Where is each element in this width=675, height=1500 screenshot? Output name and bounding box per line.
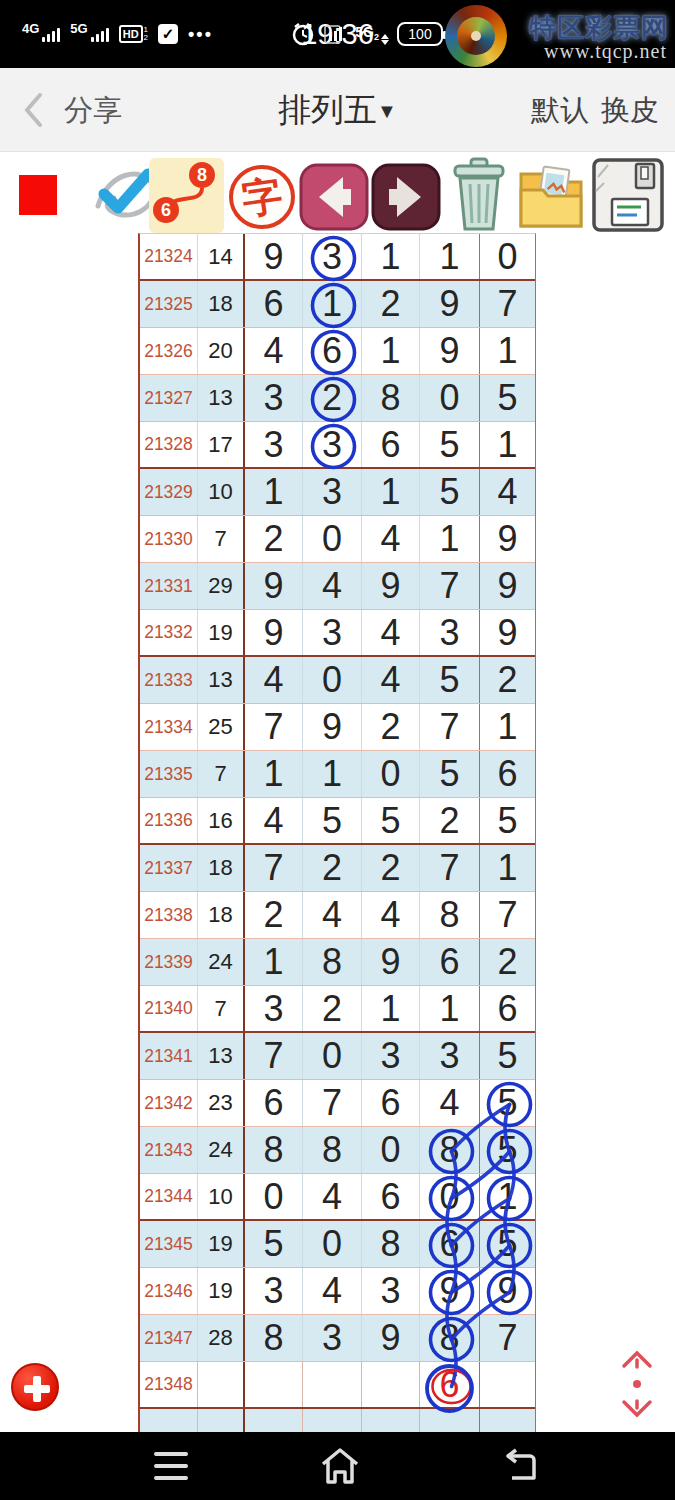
period-cell: 21348 (140, 1362, 197, 1407)
save-tool[interactable] (590, 157, 666, 233)
skin-change-button[interactable]: 换皮 (601, 91, 659, 131)
digit-cell: 1 (302, 281, 361, 327)
digit-cell: 2 (302, 986, 361, 1031)
digit-cell: 6 (243, 281, 302, 327)
period-cell: 21332 (140, 610, 197, 655)
digit-cell (361, 1362, 419, 1407)
digit-cell: 1 (243, 939, 302, 985)
header-bar: 分享 排列五▼ 默认 换皮 (0, 68, 675, 152)
sum-cell: 20 (197, 328, 243, 374)
table-row: 213361645525 (140, 798, 535, 845)
digit-cell: 7 (479, 892, 535, 938)
digit-cell: 0 (302, 516, 361, 562)
period-cell: 21345 (140, 1221, 197, 1267)
digit-cell: 0 (243, 1174, 302, 1219)
digit-cell: 4 (243, 657, 302, 703)
sum-cell: 18 (197, 845, 243, 891)
digit-cell: 3 (419, 610, 479, 655)
digit-cell: 2 (243, 516, 302, 562)
table-row: 213392418962 (140, 939, 535, 986)
prev-arrow-button[interactable] (299, 163, 369, 231)
table-row: 213371872271 (140, 845, 535, 892)
digit-cell: 0 (302, 1033, 361, 1079)
digit-cell: 3 (302, 422, 361, 467)
table-row: 213486 (140, 1362, 535, 1409)
digit-cell: 4 (302, 563, 361, 609)
period-cell: 21329 (140, 469, 197, 515)
period-cell: 21327 (140, 375, 197, 421)
digit-cell: 7 (419, 563, 479, 609)
digit-cell: 7 (243, 704, 302, 750)
table-row: 213291013154 (140, 469, 535, 516)
digit-cell: 4 (361, 892, 419, 938)
digit-cell: 4 (243, 798, 302, 843)
sum-cell: 13 (197, 1033, 243, 1079)
period-cell: 21331 (140, 563, 197, 609)
period-cell: 21334 (140, 704, 197, 750)
digit-cell: 1 (419, 516, 479, 562)
digit-cell: 6 (419, 939, 479, 985)
table-row: 213281733651 (140, 422, 535, 469)
table-row: 213312994979 (140, 563, 535, 610)
sum-cell: 7 (197, 751, 243, 797)
trend-line-tool[interactable]: 8 6 (149, 158, 224, 233)
sum-cell: 18 (197, 892, 243, 938)
digit-cell: 5 (479, 1127, 535, 1173)
sum-cell (197, 1362, 243, 1407)
digit-cell: 6 (479, 986, 535, 1031)
app-screen: 4G 5G HD 12 ✓ ••• 19:36 (0, 0, 675, 1500)
digit-cell (302, 1409, 361, 1432)
period-cell: 21339 (140, 939, 197, 985)
digit-cell: 9 (479, 610, 535, 655)
table-row: 213381824487 (140, 892, 535, 939)
nav-home-icon[interactable] (320, 1446, 360, 1486)
digit-cell: 4 (361, 610, 419, 655)
digit-cell: 9 (419, 1268, 479, 1314)
table-row: 213251861297 (140, 281, 535, 328)
period-cell (140, 1409, 197, 1432)
digit-cell: 4 (243, 328, 302, 374)
digit-cell: 6 (419, 1221, 479, 1267)
trend-top-digit: 8 (197, 165, 207, 185)
digit-cell: 0 (419, 375, 479, 421)
digit-cell: 8 (302, 1127, 361, 1173)
digit-cell: 2 (479, 657, 535, 703)
table-row: 213441004601 (140, 1174, 535, 1221)
digit-cell (302, 1362, 361, 1407)
digit-cell: 9 (361, 939, 419, 985)
gallery-tool[interactable] (515, 160, 587, 232)
digit-cell: 4 (419, 1080, 479, 1126)
table-row: 213331340452 (140, 657, 535, 704)
table-row: 21330720419 (140, 516, 535, 563)
sum-cell: 29 (197, 563, 243, 609)
android-nav-bar (0, 1432, 675, 1500)
digit-cell: 3 (243, 1268, 302, 1314)
period-cell: 21338 (140, 892, 197, 938)
digit-cell: 0 (361, 1127, 419, 1173)
digit-cell: 5 (479, 375, 535, 421)
title-dropdown-caret[interactable]: ▼ (377, 100, 397, 122)
digit-cell: 2 (479, 939, 535, 985)
digit-cell: 1 (479, 422, 535, 467)
digit-cell: 1 (361, 469, 419, 515)
digit-cell: 3 (302, 1315, 361, 1361)
digit-cell (479, 1362, 535, 1407)
digit-cell: 6 (243, 1080, 302, 1126)
skin-default-button[interactable]: 默认 (531, 91, 589, 131)
period-cell: 21343 (140, 1127, 197, 1173)
table-row: 213472883987 (140, 1315, 535, 1362)
digit-cell: 5 (479, 1080, 535, 1126)
digit-cell: 2 (243, 892, 302, 938)
table-row: 21340732116 (140, 986, 535, 1033)
digit-cell: 7 (302, 1080, 361, 1126)
digit-cell: 6 (479, 751, 535, 797)
digit-cell: 1 (419, 234, 479, 279)
text-stamp-tool[interactable]: 字 (227, 163, 297, 231)
period-cell: 21346 (140, 1268, 197, 1314)
sum-cell: 19 (197, 610, 243, 655)
digit-cell: 4 (302, 892, 361, 938)
nav-back-icon[interactable] (500, 1446, 540, 1486)
digit-cell: 9 (479, 1268, 535, 1314)
digit-cell: 5 (419, 469, 479, 515)
digit-cell: 0 (302, 657, 361, 703)
table-row: 213422367645 (140, 1080, 535, 1127)
digit-cell: 7 (419, 704, 479, 750)
digit-cell: 9 (243, 610, 302, 655)
digit-cell: 9 (479, 516, 535, 562)
sum-cell: 25 (197, 704, 243, 750)
digit-cell: 3 (302, 234, 361, 279)
period-cell: 21336 (140, 798, 197, 843)
digit-cell: 8 (419, 1315, 479, 1361)
status-right-icons: 5G2 100 (291, 0, 443, 68)
digit-cell: 1 (243, 751, 302, 797)
svg-text:字: 字 (239, 172, 285, 221)
table-row: 213271332805 (140, 375, 535, 422)
digit-cell: 9 (361, 563, 419, 609)
table-row: 21335711056 (140, 751, 535, 798)
digit-cell: 5 (419, 657, 479, 703)
add-plus-button[interactable] (11, 1363, 59, 1411)
period-cell: 21335 (140, 751, 197, 797)
table-row: 213411370335 (140, 1033, 535, 1080)
digit-cell (419, 1409, 479, 1432)
period-cell: 21326 (140, 328, 197, 374)
digit-cell: 0 (479, 234, 535, 279)
sum-cell: 24 (197, 1127, 243, 1173)
digit-cell: 5 (302, 798, 361, 843)
sum-cell: 18 (197, 281, 243, 327)
network-5g2-icon: 5G2 (355, 24, 389, 45)
battery-icon: 100 (397, 22, 443, 46)
digit-cell: 7 (479, 1315, 535, 1361)
digit-cell: 2 (361, 704, 419, 750)
digit-cell: 1 (361, 234, 419, 279)
digit-cell: 2 (361, 845, 419, 891)
next-arrow-button[interactable] (371, 163, 441, 231)
period-cell: 21328 (140, 422, 197, 467)
digit-cell: 9 (361, 1315, 419, 1361)
table-row: 213321993439 (140, 610, 535, 657)
sum-cell (197, 1409, 243, 1432)
digit-cell: 1 (419, 986, 479, 1031)
sum-cell: 16 (197, 798, 243, 843)
period-cell: 21340 (140, 986, 197, 1031)
digit-cell: 1 (243, 469, 302, 515)
digit-cell: 8 (302, 939, 361, 985)
sum-cell: 13 (197, 657, 243, 703)
sum-cell: 13 (197, 375, 243, 421)
sum-cell: 10 (197, 469, 243, 515)
digit-cell: 8 (243, 1127, 302, 1173)
digit-cell: 9 (302, 704, 361, 750)
table-row: 213342579271 (140, 704, 535, 751)
digit-cell (479, 1409, 535, 1432)
sum-cell: 23 (197, 1080, 243, 1126)
digit-cell: 1 (361, 986, 419, 1031)
sum-cell: 28 (197, 1315, 243, 1361)
digit-cell: 3 (361, 1268, 419, 1314)
digit-cell: 5 (479, 1033, 535, 1079)
digit-cell: 3 (302, 610, 361, 655)
digit-cell: 8 (419, 892, 479, 938)
digit-cell: 5 (419, 751, 479, 797)
digit-cell: 8 (361, 1221, 419, 1267)
period-cell: 21344 (140, 1174, 197, 1219)
digit-cell: 1 (302, 751, 361, 797)
digit-cell: 7 (243, 845, 302, 891)
digit-cell: 7 (243, 1033, 302, 1079)
sum-cell: 19 (197, 1221, 243, 1267)
sum-cell: 7 (197, 516, 243, 562)
digit-cell: 9 (243, 563, 302, 609)
status-bar: 4G 5G HD 12 ✓ ••• 19:36 (0, 0, 675, 68)
digit-cell: 2 (302, 375, 361, 421)
sum-cell: 7 (197, 986, 243, 1031)
digit-cell: 2 (419, 798, 479, 843)
period-cell: 21325 (140, 281, 197, 327)
digit-cell: 6 (302, 328, 361, 374)
nav-menu-icon[interactable] (152, 1446, 190, 1486)
digit-cell: 3 (302, 469, 361, 515)
digit-cell: 5 (479, 798, 535, 843)
table-row: 213461934399 (140, 1268, 535, 1315)
period-cell: 21330 (140, 516, 197, 562)
digit-cell: 3 (243, 375, 302, 421)
period-cell: 21324 (140, 234, 197, 279)
digit-cell: 4 (302, 1174, 361, 1219)
digit-cell: 1 (479, 1174, 535, 1219)
table-row: 213262046191 (140, 328, 535, 375)
digit-cell: 6 (361, 422, 419, 467)
digit-cell (243, 1409, 302, 1432)
table-row: 213451950865 (140, 1221, 535, 1268)
digit-cell (361, 1409, 419, 1432)
sum-cell: 19 (197, 1268, 243, 1314)
digit-cell: 8 (361, 375, 419, 421)
period-cell: 21342 (140, 1080, 197, 1126)
digit-cell: 9 (243, 234, 302, 279)
trash-tool[interactable] (443, 157, 515, 233)
period-cell: 21333 (140, 657, 197, 703)
table-row-partial (140, 1409, 535, 1432)
volume-signal-icon (323, 22, 347, 46)
digit-cell: 9 (419, 281, 479, 327)
table-row: 213432488085 (140, 1127, 535, 1174)
alarm-icon (291, 21, 315, 47)
digit-cell: 1 (479, 845, 535, 891)
digit-cell: 4 (361, 657, 419, 703)
digit-cell: 5 (243, 1221, 302, 1267)
digit-cell: 1 (361, 328, 419, 374)
digit-cell: 4 (302, 1268, 361, 1314)
digit-cell: 3 (419, 1033, 479, 1079)
digit-cell: 4 (361, 516, 419, 562)
digit-cell (243, 1362, 302, 1407)
digit-cell: 8 (243, 1315, 302, 1361)
digit-cell: 4 (479, 469, 535, 515)
digit-cell: 3 (243, 422, 302, 467)
digit-cell: 5 (479, 1221, 535, 1267)
digit-cell: 8 (419, 1127, 479, 1173)
digit-cell: 0 (302, 1221, 361, 1267)
trend-table[interactable]: 2132414931102132518612972132620461912132… (138, 233, 536, 1432)
sum-cell: 17 (197, 422, 243, 467)
digit-cell: 9 (479, 563, 535, 609)
digit-cell: 6 (361, 1080, 419, 1126)
period-cell: 21337 (140, 845, 197, 891)
digit-cell: 7 (419, 845, 479, 891)
sum-cell: 10 (197, 1174, 243, 1219)
trend-bottom-digit: 6 (161, 200, 171, 220)
digit-cell: 3 (361, 1033, 419, 1079)
period-cell: 21341 (140, 1033, 197, 1079)
digit-cell: 2 (302, 845, 361, 891)
digit-cell: 5 (419, 422, 479, 467)
period-cell: 21347 (140, 1315, 197, 1361)
red-square-tool[interactable] (19, 175, 57, 215)
digit-cell: 0 (361, 751, 419, 797)
sum-cell: 14 (197, 234, 243, 279)
table-row: 213241493110 (140, 234, 535, 281)
digit-cell: 1 (479, 704, 535, 750)
digit-cell: 9 (419, 328, 479, 374)
digit-cell: 1 (479, 328, 535, 374)
digit-cell: 6 (361, 1174, 419, 1219)
digit-cell: 0 (419, 1174, 479, 1219)
digit-cell: 3 (243, 986, 302, 1031)
drawing-toolbar: 8 6 字 (0, 152, 675, 233)
digit-cell: 6 (419, 1362, 479, 1407)
digit-cell: 2 (361, 281, 419, 327)
digit-cell: 5 (361, 798, 419, 843)
sum-cell: 24 (197, 939, 243, 985)
scroll-updown-widget[interactable] (614, 1348, 660, 1420)
digit-cell: 7 (479, 281, 535, 327)
